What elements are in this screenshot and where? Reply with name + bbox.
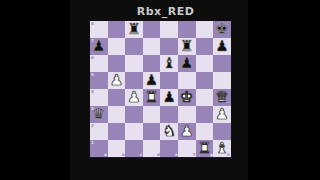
square-c8[interactable]: ♜ <box>125 21 143 38</box>
square-f3[interactable] <box>178 106 196 123</box>
square-b8[interactable] <box>108 21 126 38</box>
white-pawn: ♟ <box>108 72 126 89</box>
white-rook: ♜ <box>143 89 161 106</box>
player-username: Rbx_RED <box>90 5 241 18</box>
white-pawn: ♟ <box>213 106 231 123</box>
square-f4[interactable]: ♚ <box>178 89 196 106</box>
square-g4[interactable] <box>196 89 214 106</box>
black-rook: ♜ <box>125 21 143 38</box>
square-g3[interactable] <box>196 106 214 123</box>
rank-label-8: 8 <box>91 22 94 26</box>
square-h4[interactable]: ♛ <box>213 89 231 106</box>
square-d3[interactable] <box>143 106 161 123</box>
square-a7[interactable]: 7♟ <box>90 38 108 55</box>
white-king: ♚ <box>178 89 196 106</box>
square-e2[interactable]: ♞ <box>160 123 178 140</box>
square-f2[interactable]: ♟ <box>178 123 196 140</box>
square-b6[interactable] <box>108 55 126 72</box>
rank-label-1: 1 <box>91 141 94 145</box>
square-c1[interactable]: c <box>125 140 143 157</box>
white-bishop: ♝ <box>213 140 231 157</box>
square-h6[interactable] <box>213 55 231 72</box>
square-f8[interactable] <box>178 21 196 38</box>
square-e1[interactable]: e <box>160 140 178 157</box>
square-b3[interactable] <box>108 106 126 123</box>
square-b1[interactable]: b <box>108 140 126 157</box>
square-e8[interactable] <box>160 21 178 38</box>
square-c5[interactable] <box>125 72 143 89</box>
square-e5[interactable] <box>160 72 178 89</box>
video-screenshot: Rbx_RED 8♜♚7♟♜♟6♝♟5♟♟4♟♜♟♚♛3♛♟2♞♟1abcdef… <box>0 0 320 180</box>
square-b2[interactable] <box>108 123 126 140</box>
black-pawn: ♟ <box>213 38 231 55</box>
square-d8[interactable] <box>143 21 161 38</box>
square-h3[interactable]: ♟ <box>213 106 231 123</box>
white-pawn: ♟ <box>125 89 143 106</box>
square-c3[interactable] <box>125 106 143 123</box>
square-a3[interactable]: 3♛ <box>90 106 108 123</box>
square-e4[interactable]: ♟ <box>160 89 178 106</box>
square-h2[interactable] <box>213 123 231 140</box>
square-h7[interactable]: ♟ <box>213 38 231 55</box>
white-queen: ♛ <box>213 89 231 106</box>
black-rook: ♜ <box>178 38 196 55</box>
square-a6[interactable]: 6 <box>90 55 108 72</box>
square-g7[interactable] <box>196 38 214 55</box>
rank-label-5: 5 <box>91 73 94 77</box>
square-h8[interactable]: ♚ <box>213 21 231 38</box>
square-b4[interactable] <box>108 89 126 106</box>
square-b7[interactable] <box>108 38 126 55</box>
black-king: ♚ <box>213 21 231 38</box>
square-h5[interactable] <box>213 72 231 89</box>
square-g1[interactable]: g♜ <box>196 140 214 157</box>
square-b5[interactable]: ♟ <box>108 72 126 89</box>
square-g2[interactable] <box>196 123 214 140</box>
square-g8[interactable] <box>196 21 214 38</box>
square-a4[interactable]: 4 <box>90 89 108 106</box>
square-c7[interactable] <box>125 38 143 55</box>
square-a2[interactable]: 2 <box>90 123 108 140</box>
square-f1[interactable]: f <box>178 140 196 157</box>
rank-label-4: 4 <box>91 90 94 94</box>
square-a8[interactable]: 8 <box>90 21 108 38</box>
black-bishop: ♝ <box>160 55 178 72</box>
square-e7[interactable] <box>160 38 178 55</box>
square-f6[interactable]: ♟ <box>178 55 196 72</box>
black-pawn: ♟ <box>178 55 196 72</box>
black-pawn: ♟ <box>143 72 161 89</box>
rank-label-2: 2 <box>91 124 94 128</box>
square-h1[interactable]: h♝ <box>213 140 231 157</box>
square-d4[interactable]: ♜ <box>143 89 161 106</box>
square-f5[interactable] <box>178 72 196 89</box>
square-g5[interactable] <box>196 72 214 89</box>
square-d5[interactable]: ♟ <box>143 72 161 89</box>
rank-label-6: 6 <box>91 56 94 60</box>
square-d2[interactable] <box>143 123 161 140</box>
white-knight: ♞ <box>160 123 178 140</box>
white-rook: ♜ <box>196 140 214 157</box>
white-pawn: ♟ <box>178 123 196 140</box>
square-a5[interactable]: 5 <box>90 72 108 89</box>
square-e6[interactable]: ♝ <box>160 55 178 72</box>
square-f7[interactable]: ♜ <box>178 38 196 55</box>
chess-board: 8♜♚7♟♜♟6♝♟5♟♟4♟♜♟♚♛3♛♟2♞♟1abcdefg♜h♝ <box>90 21 231 157</box>
black-pawn: ♟ <box>90 38 108 55</box>
square-d7[interactable] <box>143 38 161 55</box>
square-c4[interactable]: ♟ <box>125 89 143 106</box>
square-d1[interactable]: d <box>143 140 161 157</box>
square-e3[interactable] <box>160 106 178 123</box>
black-queen: ♛ <box>90 106 108 123</box>
square-c2[interactable] <box>125 123 143 140</box>
square-d6[interactable] <box>143 55 161 72</box>
square-a1[interactable]: 1a <box>90 140 108 157</box>
black-pawn: ♟ <box>160 89 178 106</box>
square-c6[interactable] <box>125 55 143 72</box>
square-g6[interactable] <box>196 55 214 72</box>
